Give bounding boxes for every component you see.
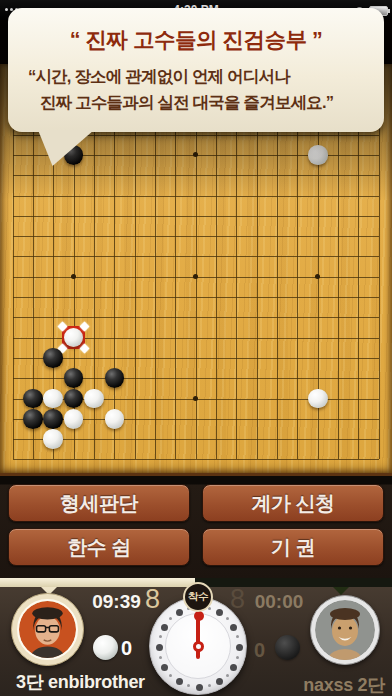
star-point (71, 274, 76, 279)
right-player-stone-icon (275, 635, 300, 660)
clock-tick (161, 664, 168, 671)
estimate-button[interactable]: 형세판단 (8, 484, 190, 522)
clock-tick (176, 678, 183, 685)
promo-body-line2: 진짜 고수들과의 실전 대국을 즐겨보세요.” (28, 89, 384, 115)
clock-tick (216, 678, 223, 685)
star-point (315, 274, 320, 279)
right-player-name: naxss 2단 (303, 673, 385, 696)
clock-tick (216, 609, 223, 616)
clock-tick (161, 624, 168, 631)
white-stone (43, 389, 63, 409)
white-stone (43, 429, 63, 449)
black-stone (23, 409, 43, 429)
clock-tick (236, 656, 239, 659)
clock-tick (226, 674, 229, 677)
left-player-stone-icon (93, 635, 118, 660)
clock-tick (156, 644, 163, 651)
clock-tick (169, 674, 172, 677)
clock-tick (230, 664, 237, 671)
clock-tick (176, 609, 183, 616)
right-captures: 0 (254, 639, 265, 662)
star-point (193, 274, 198, 279)
left-periods: 8 (139, 584, 166, 615)
promo-body-line1: “시간, 장소에 관계없이 언제 어디서나 (28, 63, 384, 89)
move-badge: 착수 (183, 582, 213, 612)
left-player-avatar[interactable] (11, 593, 84, 666)
clock-hand (196, 617, 200, 659)
black-stone (64, 389, 84, 409)
clock-tick (230, 624, 237, 631)
white-stone (64, 409, 84, 429)
clock-tick (236, 635, 239, 638)
clock-tick (236, 644, 243, 651)
white-stone (84, 389, 104, 409)
promo-headline: “ 진짜 고수들의 진검승부 ” (8, 8, 384, 54)
clock-tick (159, 656, 162, 659)
clock-tick (187, 684, 190, 687)
left-player-name: 3단 enbibrother (16, 670, 145, 694)
app-screen: 4:20 PM “ 진짜 고수들의 진검승부 ” “시간, 장소에 관계없이 언… (0, 0, 392, 696)
black-stone (105, 368, 125, 388)
clock-hand-tip (194, 611, 204, 621)
pass-button[interactable]: 한수 쉼 (8, 528, 190, 566)
promo-bubble[interactable]: “ 진짜 고수들의 진검승부 ” “시간, 장소에 관계없이 언제 어디서나 진… (8, 8, 384, 132)
left-captures: 0 (121, 637, 132, 660)
clock-tick (169, 617, 172, 620)
counting-request-button[interactable]: 계가 신청 (202, 484, 384, 522)
right-main-time: 00:00 (254, 591, 304, 613)
star-point (193, 152, 198, 157)
clock-tick (208, 684, 211, 687)
clock-tick (226, 617, 229, 620)
clock-pivot (193, 641, 204, 652)
right-gauge-marker-icon (333, 587, 349, 595)
action-panel: 형세판단 계가 신청 한수 쉼 기 권 (0, 476, 392, 578)
resign-button[interactable]: 기 권 (202, 528, 384, 566)
black-stone (23, 389, 43, 409)
black-stone (43, 409, 63, 429)
black-stone (64, 368, 84, 388)
right-player-avatar[interactable] (310, 595, 380, 665)
black-stone (43, 348, 63, 368)
left-main-time: 09:39 (92, 591, 141, 613)
clock-tick (196, 684, 203, 691)
promo-body: “시간, 장소에 관계없이 언제 어디서나 진짜 고수들과의 실전 대국을 즐겨… (8, 63, 384, 115)
star-point (193, 396, 198, 401)
player-bar: 09:39 8 착수 8 00:00 0 0 (0, 578, 392, 696)
white-stone (308, 145, 328, 165)
white-stone (308, 389, 328, 409)
clock-tick (159, 635, 162, 638)
white-stone (105, 409, 125, 429)
